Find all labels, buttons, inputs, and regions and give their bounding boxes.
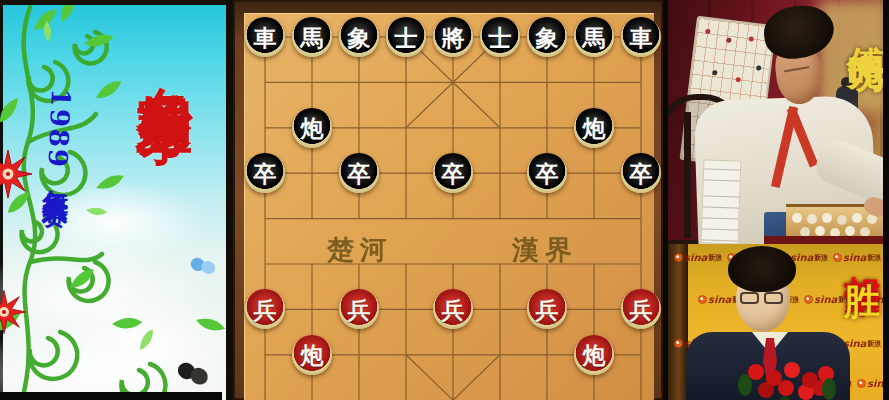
piece-red-soldier[interactable]: 兵: [621, 289, 661, 329]
caption-player-bottom: 胡荣华胜: [838, 246, 883, 258]
butterfly-icon: [177, 359, 211, 390]
piece-black-soldier[interactable]: 卒: [621, 153, 661, 193]
player2: [668, 244, 883, 400]
piece-black-advisor[interactable]: 士: [480, 17, 520, 57]
photo-fu-guangming: 傅光明: [668, 0, 883, 244]
glasses-icon: [740, 292, 788, 306]
piece-red-cannon[interactable]: 炮: [574, 335, 614, 375]
photo-hu-ronghua: sina新浪sina新浪sina新浪sina新浪sina新浪sina新浪sina…: [668, 244, 883, 400]
caption-player2-name: 胡荣华: [842, 246, 883, 255]
piece-red-cannon[interactable]: 炮: [292, 335, 332, 375]
pieces-layer: 車馬象士將士象馬車炮炮卒卒卒卒卒兵兵兵兵兵炮炮: [233, 0, 663, 400]
piece-black-horse[interactable]: 馬: [292, 17, 332, 57]
piece-black-chariot[interactable]: 車: [621, 17, 661, 57]
piece-black-advisor[interactable]: 士: [386, 17, 426, 57]
piece-black-soldier[interactable]: 卒: [245, 153, 285, 193]
piece-black-cannon[interactable]: 炮: [574, 108, 614, 148]
piece-black-elephant[interactable]: 象: [527, 17, 567, 57]
piece-black-horse[interactable]: 馬: [574, 17, 614, 57]
piece-red-soldier[interactable]: 兵: [339, 289, 379, 329]
score-sheet: [701, 159, 742, 244]
piece-black-soldier[interactable]: 卒: [339, 153, 379, 193]
piece-black-chariot[interactable]: 車: [245, 17, 285, 57]
board-panel: 楚河 漢界 車馬象士將士象馬車炮炮卒卒卒卒卒兵兵兵兵兵炮炮: [226, 0, 663, 400]
piece-black-soldier[interactable]: 卒: [527, 153, 567, 193]
piece-black-general[interactable]: 將: [433, 17, 473, 57]
table-edge: [764, 236, 883, 244]
photo-panel: 傅光明 sina新浪sina新浪sina新浪sina新浪sina新浪sina新浪…: [663, 0, 889, 400]
series-title: 名家妙局分享: [128, 42, 204, 400]
bottom-border: [0, 392, 222, 400]
piece-black-cannon[interactable]: 炮: [292, 108, 332, 148]
piece-black-elephant[interactable]: 象: [339, 17, 379, 57]
piece-black-soldier[interactable]: 卒: [433, 153, 473, 193]
piece-red-soldier[interactable]: 兵: [245, 289, 285, 329]
player2-hair: [728, 246, 796, 292]
piece-red-soldier[interactable]: 兵: [433, 289, 473, 329]
video-frame: 1989年象棋个人赛 名家妙局分享: [0, 0, 889, 400]
caption-player-top: 傅光明: [840, 16, 883, 31]
piece-red-soldier[interactable]: 兵: [527, 289, 567, 329]
flower-bouquet: [744, 360, 836, 400]
left-decor-panel: 1989年象棋个人赛 名家妙局分享: [0, 0, 226, 400]
caption-result: 胜: [842, 255, 883, 258]
top-border: [0, 0, 226, 5]
